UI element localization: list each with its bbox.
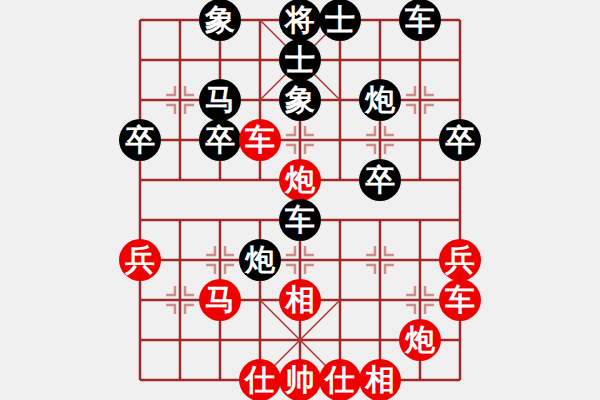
intersection-f8[interactable] — [320, 80, 360, 120]
piece-red-advisor[interactable]: 仕 — [319, 359, 361, 400]
intersection-c4[interactable] — [200, 240, 240, 280]
intersection-f1[interactable]: 仕 — [320, 360, 360, 400]
piece-black-horse[interactable]: 马 — [199, 79, 241, 121]
intersection-h4[interactable] — [400, 240, 440, 280]
intersection-c3[interactable]: 马 — [200, 280, 240, 320]
intersection-e7[interactable] — [280, 120, 320, 160]
piece-black-soldier[interactable]: 卒 — [119, 119, 161, 161]
intersection-b4[interactable] — [160, 240, 200, 280]
intersection-d10[interactable] — [240, 0, 280, 40]
piece-red-soldier[interactable]: 兵 — [119, 239, 161, 281]
intersection-a4[interactable]: 兵 — [120, 240, 160, 280]
intersection-f10[interactable]: 士 — [320, 0, 360, 40]
piece-black-elephant[interactable]: 象 — [199, 0, 241, 41]
piece-red-elephant[interactable]: 相 — [359, 359, 401, 400]
intersection-g10[interactable] — [360, 0, 400, 40]
intersection-a2[interactable] — [120, 320, 160, 360]
intersection-f5[interactable] — [320, 200, 360, 240]
intersection-a9[interactable] — [120, 40, 160, 80]
intersection-b2[interactable] — [160, 320, 200, 360]
piece-black-soldier[interactable]: 卒 — [199, 119, 241, 161]
intersection-e5[interactable]: 车 — [280, 200, 320, 240]
intersection-c10[interactable]: 象 — [200, 0, 240, 40]
intersection-h2[interactable]: 炮 — [400, 320, 440, 360]
intersection-d4[interactable]: 炮 — [240, 240, 280, 280]
intersection-a5[interactable] — [120, 200, 160, 240]
intersection-i10[interactable] — [440, 0, 480, 40]
intersection-c8[interactable]: 马 — [200, 80, 240, 120]
intersection-a6[interactable] — [120, 160, 160, 200]
intersection-c1[interactable] — [200, 360, 240, 400]
intersection-c9[interactable] — [200, 40, 240, 80]
intersection-d7[interactable]: 车 — [240, 120, 280, 160]
intersection-b3[interactable] — [160, 280, 200, 320]
intersection-e6[interactable]: 炮 — [280, 160, 320, 200]
intersection-e9[interactable]: 士 — [280, 40, 320, 80]
intersection-e8[interactable]: 象 — [280, 80, 320, 120]
intersection-e10[interactable]: 将 — [280, 0, 320, 40]
piece-black-advisor[interactable]: 士 — [279, 39, 321, 81]
intersection-g6[interactable]: 卒 — [360, 160, 400, 200]
intersection-i7[interactable]: 卒 — [440, 120, 480, 160]
intersection-f4[interactable] — [320, 240, 360, 280]
piece-red-elephant[interactable]: 相 — [279, 279, 321, 321]
intersection-a3[interactable] — [120, 280, 160, 320]
intersection-h8[interactable] — [400, 80, 440, 120]
piece-red-horse[interactable]: 马 — [199, 279, 241, 321]
intersection-b6[interactable] — [160, 160, 200, 200]
intersection-c2[interactable] — [200, 320, 240, 360]
intersection-g4[interactable] — [360, 240, 400, 280]
intersection-h3[interactable] — [400, 280, 440, 320]
piece-black-cannon[interactable]: 炮 — [239, 239, 281, 281]
intersection-g1[interactable]: 相 — [360, 360, 400, 400]
intersection-i2[interactable] — [440, 320, 480, 360]
piece-red-general[interactable]: 帅 — [279, 359, 321, 400]
intersection-c5[interactable] — [200, 200, 240, 240]
intersection-i5[interactable] — [440, 200, 480, 240]
piece-red-chariot[interactable]: 车 — [239, 119, 281, 161]
intersection-g7[interactable] — [360, 120, 400, 160]
piece-black-chariot[interactable]: 车 — [279, 199, 321, 241]
piece-black-general[interactable]: 将 — [279, 0, 321, 41]
intersection-a7[interactable]: 卒 — [120, 120, 160, 160]
intersection-d6[interactable] — [240, 160, 280, 200]
intersection-e2[interactable] — [280, 320, 320, 360]
intersection-b10[interactable] — [160, 0, 200, 40]
piece-black-advisor[interactable]: 士 — [319, 0, 361, 41]
intersection-e1[interactable]: 帅 — [280, 360, 320, 400]
intersection-h10[interactable]: 车 — [400, 0, 440, 40]
piece-red-soldier[interactable]: 兵 — [439, 239, 481, 281]
piece-black-cannon[interactable]: 炮 — [359, 79, 401, 121]
intersection-d9[interactable] — [240, 40, 280, 80]
intersection-g8[interactable]: 炮 — [360, 80, 400, 120]
intersection-i3[interactable]: 车 — [440, 280, 480, 320]
xiangqi-app: 象将士车士马象炮卒卒车卒炮卒车兵炮兵马相车炮仕帅仕相 — [0, 0, 600, 400]
intersection-i8[interactable] — [440, 80, 480, 120]
intersection-d5[interactable] — [240, 200, 280, 240]
intersection-h5[interactable] — [400, 200, 440, 240]
intersection-b5[interactable] — [160, 200, 200, 240]
piece-black-chariot[interactable]: 车 — [399, 0, 441, 41]
intersection-i4[interactable]: 兵 — [440, 240, 480, 280]
intersection-f6[interactable] — [320, 160, 360, 200]
piece-black-elephant[interactable]: 象 — [279, 79, 321, 121]
intersection-h1[interactable] — [400, 360, 440, 400]
intersection-f7[interactable] — [320, 120, 360, 160]
piece-red-cannon[interactable]: 炮 — [399, 319, 441, 361]
intersection-g5[interactable] — [360, 200, 400, 240]
piece-red-cannon[interactable]: 炮 — [279, 159, 321, 201]
piece-red-chariot[interactable]: 车 — [439, 279, 481, 321]
piece-black-soldier[interactable]: 卒 — [439, 119, 481, 161]
intersection-e4[interactable] — [280, 240, 320, 280]
intersection-a10[interactable] — [120, 0, 160, 40]
intersection-b9[interactable] — [160, 40, 200, 80]
intersection-e3[interactable]: 相 — [280, 280, 320, 320]
intersection-g3[interactable] — [360, 280, 400, 320]
intersection-b8[interactable] — [160, 80, 200, 120]
intersection-d3[interactable] — [240, 280, 280, 320]
intersection-a8[interactable] — [120, 80, 160, 120]
intersection-c7[interactable]: 卒 — [200, 120, 240, 160]
intersection-f2[interactable] — [320, 320, 360, 360]
intersection-h9[interactable] — [400, 40, 440, 80]
intersection-i1[interactable] — [440, 360, 480, 400]
intersection-i6[interactable] — [440, 160, 480, 200]
intersection-c6[interactable] — [200, 160, 240, 200]
intersection-g9[interactable] — [360, 40, 400, 80]
intersection-i9[interactable] — [440, 40, 480, 80]
intersection-h6[interactable] — [400, 160, 440, 200]
xiangqi-board[interactable]: 象将士车士马象炮卒卒车卒炮卒车兵炮兵马相车炮仕帅仕相 — [120, 0, 480, 400]
intersection-d1[interactable]: 仕 — [240, 360, 280, 400]
intersection-g2[interactable] — [360, 320, 400, 360]
intersection-d2[interactable] — [240, 320, 280, 360]
piece-black-soldier[interactable]: 卒 — [359, 159, 401, 201]
intersection-f9[interactable] — [320, 40, 360, 80]
intersection-h7[interactable] — [400, 120, 440, 160]
intersection-d8[interactable] — [240, 80, 280, 120]
intersection-b7[interactable] — [160, 120, 200, 160]
piece-red-advisor[interactable]: 仕 — [239, 359, 281, 400]
intersection-a1[interactable] — [120, 360, 160, 400]
intersection-f3[interactable] — [320, 280, 360, 320]
intersection-b1[interactable] — [160, 360, 200, 400]
